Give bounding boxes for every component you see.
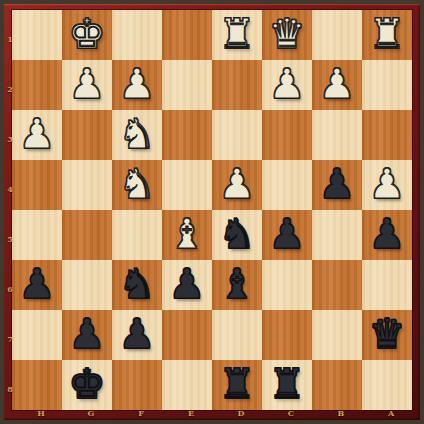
white-pawn: ♟	[369, 164, 406, 205]
square-e8[interactable]	[162, 360, 212, 410]
square-a3[interactable]	[362, 110, 412, 160]
square-e5[interactable]: ♝	[162, 210, 212, 260]
square-g6[interactable]	[62, 260, 112, 310]
rank-labels: 12345678	[5, 14, 15, 414]
square-a8[interactable]	[362, 360, 412, 410]
square-c8[interactable]: ♜	[262, 360, 312, 410]
white-king: ♚	[69, 14, 106, 55]
file-label-e: E	[166, 408, 216, 418]
square-d4[interactable]: ♟	[212, 160, 262, 210]
file-labels: HGFEDCBA	[16, 408, 416, 418]
black-rook: ♜	[269, 364, 306, 405]
square-g8[interactable]: ♚	[62, 360, 112, 410]
square-d8[interactable]: ♜	[212, 360, 262, 410]
black-pawn: ♟	[169, 264, 206, 305]
square-c2[interactable]: ♟	[262, 60, 312, 110]
file-label-b: B	[316, 408, 366, 418]
rank-label-2: 2	[5, 64, 15, 114]
square-e1[interactable]	[162, 10, 212, 60]
file-label-h: H	[16, 408, 66, 418]
square-h8[interactable]	[12, 360, 62, 410]
white-rook: ♜	[369, 14, 406, 55]
white-pawn: ♟	[69, 64, 106, 105]
square-f2[interactable]: ♟	[112, 60, 162, 110]
square-h6[interactable]: ♟	[12, 260, 62, 310]
black-pawn: ♟	[19, 264, 56, 305]
square-f1[interactable]	[112, 10, 162, 60]
black-pawn: ♟	[69, 314, 106, 355]
square-f3[interactable]: ♞	[112, 110, 162, 160]
black-king: ♚	[69, 364, 106, 405]
square-a7[interactable]: ♛	[362, 310, 412, 360]
square-a2[interactable]	[362, 60, 412, 110]
square-b3[interactable]	[312, 110, 362, 160]
white-rook: ♜	[219, 14, 256, 55]
white-knight: ♞	[119, 164, 156, 205]
square-h1[interactable]	[12, 10, 62, 60]
square-c5[interactable]: ♟	[262, 210, 312, 260]
white-queen: ♛	[269, 14, 306, 55]
square-b7[interactable]	[312, 310, 362, 360]
square-a5[interactable]: ♟	[362, 210, 412, 260]
square-f7[interactable]: ♟	[112, 310, 162, 360]
square-b1[interactable]	[312, 10, 362, 60]
file-label-d: D	[216, 408, 266, 418]
square-f8[interactable]	[112, 360, 162, 410]
white-pawn: ♟	[119, 64, 156, 105]
square-d6[interactable]: ♝	[212, 260, 262, 310]
black-pawn: ♟	[269, 214, 306, 255]
square-d1[interactable]: ♜	[212, 10, 262, 60]
square-g4[interactable]	[62, 160, 112, 210]
square-c4[interactable]	[262, 160, 312, 210]
white-pawn: ♟	[219, 164, 256, 205]
white-knight: ♞	[119, 114, 156, 155]
square-b8[interactable]	[312, 360, 362, 410]
black-pawn: ♟	[319, 164, 356, 205]
square-b5[interactable]	[312, 210, 362, 260]
white-pawn: ♟	[319, 64, 356, 105]
square-g1[interactable]: ♚	[62, 10, 112, 60]
white-pawn: ♟	[269, 64, 306, 105]
square-h5[interactable]	[12, 210, 62, 260]
chess-board-frame: ♚♜♛♜♟♟♟♟♟♞♞♟♟♟♝♞♟♟♟♞♟♝♟♟♛♚♜♜ 12345678 HG…	[0, 0, 424, 424]
black-pawn: ♟	[119, 314, 156, 355]
rank-label-5: 5	[5, 214, 15, 264]
square-h7[interactable]	[12, 310, 62, 360]
black-bishop: ♝	[219, 264, 256, 305]
square-f5[interactable]	[112, 210, 162, 260]
black-queen: ♛	[369, 314, 406, 355]
chess-board: ♚♜♛♜♟♟♟♟♟♞♞♟♟♟♝♞♟♟♟♞♟♝♟♟♛♚♜♜	[12, 10, 412, 410]
square-a4[interactable]: ♟	[362, 160, 412, 210]
square-d3[interactable]	[212, 110, 262, 160]
square-c7[interactable]	[262, 310, 312, 360]
square-d5[interactable]: ♞	[212, 210, 262, 260]
square-c6[interactable]	[262, 260, 312, 310]
square-h4[interactable]	[12, 160, 62, 210]
rank-label-7: 7	[5, 314, 15, 364]
square-c1[interactable]: ♛	[262, 10, 312, 60]
square-g7[interactable]: ♟	[62, 310, 112, 360]
white-pawn: ♟	[19, 114, 56, 155]
square-f6[interactable]: ♞	[112, 260, 162, 310]
black-knight: ♞	[119, 264, 156, 305]
square-b6[interactable]	[312, 260, 362, 310]
square-h3[interactable]: ♟	[12, 110, 62, 160]
square-e3[interactable]	[162, 110, 212, 160]
chess-app: ♚♜♛♜♟♟♟♟♟♞♞♟♟♟♝♞♟♟♟♞♟♝♟♟♛♚♜♜ 12345678 HG…	[0, 0, 424, 424]
file-label-f: F	[116, 408, 166, 418]
square-d2[interactable]	[212, 60, 262, 110]
square-e7[interactable]	[162, 310, 212, 360]
square-e2[interactable]	[162, 60, 212, 110]
square-g3[interactable]	[62, 110, 112, 160]
square-a6[interactable]	[362, 260, 412, 310]
square-g5[interactable]	[62, 210, 112, 260]
square-a1[interactable]: ♜	[362, 10, 412, 60]
square-b2[interactable]: ♟	[312, 60, 362, 110]
square-g2[interactable]: ♟	[62, 60, 112, 110]
rank-label-3: 3	[5, 114, 15, 164]
file-label-a: A	[366, 408, 416, 418]
square-b4[interactable]: ♟	[312, 160, 362, 210]
file-label-c: C	[266, 408, 316, 418]
rank-label-4: 4	[5, 164, 15, 214]
white-bishop: ♝	[169, 214, 206, 255]
rank-label-6: 6	[5, 264, 15, 314]
square-e6[interactable]: ♟	[162, 260, 212, 310]
square-f4[interactable]: ♞	[112, 160, 162, 210]
square-e4[interactable]	[162, 160, 212, 210]
black-knight: ♞	[219, 214, 256, 255]
rank-label-8: 8	[5, 364, 15, 414]
black-rook: ♜	[219, 364, 256, 405]
black-pawn: ♟	[369, 214, 406, 255]
square-c3[interactable]	[262, 110, 312, 160]
rank-label-1: 1	[5, 14, 15, 64]
file-label-g: G	[66, 408, 116, 418]
square-h2[interactable]	[12, 60, 62, 110]
square-d7[interactable]	[212, 310, 262, 360]
